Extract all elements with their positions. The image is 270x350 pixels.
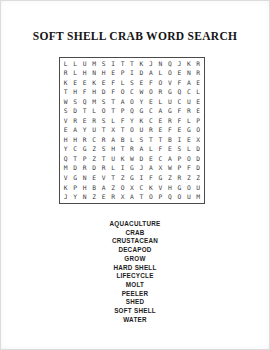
- grid-cell: Z: [89, 145, 98, 155]
- grid-cell: L: [118, 78, 127, 88]
- grid-cell: L: [156, 97, 165, 107]
- grid-cell: E: [70, 78, 79, 88]
- grid-cell: P: [80, 154, 89, 164]
- grid-cell: D: [99, 88, 108, 98]
- grid-cell: H: [80, 69, 89, 79]
- grid-cell: W: [61, 97, 70, 107]
- grid-cell: G: [80, 145, 89, 155]
- grid-cell: Y: [61, 145, 70, 155]
- grid-cell: J: [175, 59, 184, 69]
- grid-cell: H: [70, 135, 79, 145]
- grid-cell: W: [165, 164, 174, 174]
- grid-cell: D: [194, 164, 203, 174]
- grid-cell: F: [165, 126, 174, 136]
- worksheet-page: SOFT SHELL CRAB WORD SEARCH LLUMSITTKJNQ…: [0, 0, 270, 350]
- grid-cell: V: [61, 173, 70, 183]
- word-list-item: AQUACULTURE: [0, 220, 270, 229]
- grid-cell: V: [156, 183, 165, 193]
- grid-cell: L: [156, 69, 165, 79]
- grid-cell: L: [61, 59, 70, 69]
- grid-cell: K: [89, 78, 98, 88]
- grid-cell: E: [146, 154, 155, 164]
- grid-cell: B: [118, 135, 127, 145]
- grid-cell: G: [70, 173, 79, 183]
- grid-cell: A: [184, 78, 193, 88]
- grid-cell: C: [156, 154, 165, 164]
- grid-cell: E: [146, 97, 155, 107]
- grid-cell: H: [70, 88, 79, 98]
- grid-cell: H: [61, 135, 70, 145]
- grid-cell: G: [184, 126, 193, 136]
- grid-cell: J: [137, 164, 146, 174]
- grid-cell: T: [108, 107, 117, 117]
- word-list-item: CRUSTACEAN: [0, 237, 270, 246]
- grid-cell: K: [184, 59, 193, 69]
- grid-cell: S: [137, 135, 146, 145]
- grid-cell: C: [89, 135, 98, 145]
- grid-cell: O: [99, 107, 108, 117]
- grid-cell: I: [127, 69, 136, 79]
- grid-cell: H: [99, 69, 108, 79]
- grid-cell: P: [156, 192, 165, 202]
- grid-cell: P: [70, 183, 79, 193]
- grid-cell: R: [89, 116, 98, 126]
- grid-cell: U: [108, 154, 117, 164]
- grid-cell: C: [146, 107, 155, 117]
- grid-cell: Q: [61, 154, 70, 164]
- grid-cell: K: [61, 78, 70, 88]
- grid-cell: R: [184, 107, 193, 117]
- grid-cell: R: [146, 126, 155, 136]
- grid-cell: E: [194, 78, 203, 88]
- grid-cell: L: [127, 135, 136, 145]
- grid-cell: R: [156, 88, 165, 98]
- grid-cell: M: [61, 164, 70, 174]
- grid-cell: E: [184, 135, 193, 145]
- grid-cell: X: [108, 126, 117, 136]
- grid-cell: D: [70, 164, 79, 174]
- grid-cell: H: [108, 145, 117, 155]
- grid-cell: R: [194, 59, 203, 69]
- grid-cell: S: [61, 107, 70, 117]
- grid-cell: Q: [165, 59, 174, 69]
- grid-cell: E: [175, 69, 184, 79]
- grid-cell: C: [175, 97, 184, 107]
- grid-cell: Q: [127, 107, 136, 117]
- word-search-grid: LLUMSITTKJNQJKRRLHNHEPIDALOENRKEEKEFLSEF…: [59, 57, 205, 204]
- grid-cell: E: [80, 116, 89, 126]
- grid-cell: E: [108, 69, 117, 79]
- grid-cell: E: [194, 107, 203, 117]
- word-list-item: MOLT: [0, 281, 270, 290]
- grid-cell: C: [137, 183, 146, 193]
- grid-cell: S: [99, 116, 108, 126]
- grid-cell: P: [175, 154, 184, 164]
- grid-cell: L: [184, 116, 193, 126]
- grid-cell: O: [127, 97, 136, 107]
- grid-cell: F: [184, 164, 193, 174]
- grid-cell: Y: [70, 192, 79, 202]
- grid-cell: Y: [127, 116, 136, 126]
- grid-cell: L: [70, 69, 79, 79]
- word-list-item: SOFT SHELL: [0, 307, 270, 316]
- grid-cell: Z: [184, 173, 193, 183]
- grid-cell: M: [89, 97, 98, 107]
- grid-cell: P: [194, 116, 203, 126]
- grid-cell: F: [175, 78, 184, 88]
- grid-cell: T: [156, 135, 165, 145]
- grid-cell: U: [89, 126, 98, 136]
- grid-cell: A: [70, 126, 79, 136]
- word-list-item: CRAB: [0, 229, 270, 238]
- grid-cell: N: [156, 59, 165, 69]
- grid-cell: G: [156, 173, 165, 183]
- grid-cell: S: [127, 78, 136, 88]
- grid-cell: L: [184, 145, 193, 155]
- grid-cell: O: [184, 183, 193, 193]
- grid-cell: L: [70, 59, 79, 69]
- grid-cell: L: [146, 145, 155, 155]
- grid-cell: E: [80, 78, 89, 88]
- grid-cell: E: [99, 78, 108, 88]
- grid-cell: Z: [89, 154, 98, 164]
- grid-cell: X: [118, 192, 127, 202]
- grid-cell: S: [70, 97, 79, 107]
- grid-cell: O: [118, 183, 127, 193]
- grid-cell: E: [89, 173, 98, 183]
- word-list: AQUACULTURECRABCRUSTACEANDECAPODGROWHARD…: [0, 220, 270, 324]
- grid-cell: S: [99, 59, 108, 69]
- grid-cell: O: [156, 78, 165, 88]
- grid-cell: U: [184, 97, 193, 107]
- grid-cell: E: [156, 126, 165, 136]
- grid-cell: L: [108, 164, 117, 174]
- grid-cell: K: [137, 59, 146, 69]
- grid-cell: Q: [175, 88, 184, 98]
- grid-cell: C: [70, 145, 79, 155]
- grid-cell: D: [89, 164, 98, 174]
- grid-cell: S: [175, 145, 184, 155]
- grid-cell: M: [194, 192, 203, 202]
- grid-cell: V: [61, 116, 70, 126]
- grid-cell: H: [80, 183, 89, 193]
- grid-cell: Q: [80, 97, 89, 107]
- grid-cell: E: [156, 116, 165, 126]
- grid-cell: P: [118, 69, 127, 79]
- grid-cell: R: [99, 164, 108, 174]
- grid-cell: N: [184, 69, 193, 79]
- grid-cell: R: [70, 116, 79, 126]
- grid-cell: J: [146, 59, 155, 69]
- grid-cell: T: [99, 154, 108, 164]
- grid-cell: R: [108, 192, 117, 202]
- grid-cell: N: [80, 192, 89, 202]
- grid-cell: B: [89, 183, 98, 193]
- grid-cell: D: [137, 69, 146, 79]
- grid-cell: G: [165, 107, 174, 117]
- grid-cell: S: [99, 97, 108, 107]
- grid-cell: T: [80, 107, 89, 117]
- grid-cell: U: [184, 192, 193, 202]
- grid-cell: E: [194, 97, 203, 107]
- word-list-item: LIFECYCLE: [0, 272, 270, 281]
- grid-cell: R: [99, 135, 108, 145]
- word-list-item: WATER: [0, 316, 270, 325]
- grid-cell: X: [194, 135, 203, 145]
- grid-cell: X: [127, 183, 136, 193]
- grid-cell: K: [61, 183, 70, 193]
- grid-cell: E: [61, 126, 70, 136]
- grid-cell: R: [175, 173, 184, 183]
- grid-cell: A: [127, 192, 136, 202]
- grid-cell: G: [127, 173, 136, 183]
- grid-cell: D: [194, 154, 203, 164]
- grid-cell: A: [146, 164, 155, 174]
- grid-cell: I: [108, 59, 117, 69]
- grid-cell: G: [175, 183, 184, 193]
- grid-cell: F: [118, 116, 127, 126]
- grid-cell: N: [89, 69, 98, 79]
- grid-cell: R: [194, 69, 203, 79]
- grid-cell: O: [146, 192, 155, 202]
- grid-cell: Z: [194, 173, 203, 183]
- grid-cell: Q: [165, 192, 174, 202]
- grid-cell: K: [118, 154, 127, 164]
- grid-cell: T: [108, 173, 117, 183]
- puzzle-title: SOFT SHELL CRAB WORD SEARCH: [0, 30, 270, 42]
- grid-cell: U: [80, 59, 89, 69]
- grid-cell: I: [175, 135, 184, 145]
- grid-cell: Z: [118, 173, 127, 183]
- grid-cell: E: [137, 78, 146, 88]
- grid-cell: O: [118, 88, 127, 98]
- grid-cell: K: [137, 116, 146, 126]
- grid-cell: Z: [165, 173, 174, 183]
- grid-cell: T: [108, 97, 117, 107]
- word-list-item: HARD SHELL: [0, 264, 270, 273]
- grid-cell: U: [137, 126, 146, 136]
- grid-cell: R: [80, 164, 89, 174]
- grid-cell: U: [165, 97, 174, 107]
- grid-cell: F: [146, 173, 155, 183]
- grid-cell: A: [118, 97, 127, 107]
- grid-cell: Z: [108, 183, 117, 193]
- grid-cell: A: [99, 183, 108, 193]
- grid-cell: T: [127, 59, 136, 69]
- grid-cell: A: [108, 135, 117, 145]
- grid-cell: A: [146, 69, 155, 79]
- grid-cell: T: [61, 88, 70, 98]
- grid-cell: C: [146, 116, 155, 126]
- grid-cell: I: [137, 173, 146, 183]
- grid-cell: A: [137, 145, 146, 155]
- grid-cell: O: [184, 154, 193, 164]
- grid-cell: E: [165, 145, 174, 155]
- grid-cell: R: [80, 135, 89, 145]
- grid-cell: O: [165, 69, 174, 79]
- grid-cell: P: [118, 107, 127, 117]
- grid-cell: V: [99, 173, 108, 183]
- word-list-item: PEELER: [0, 290, 270, 299]
- word-list-item: DECAPOD: [0, 246, 270, 255]
- grid-cell: W: [127, 154, 136, 164]
- grid-cell: D: [137, 154, 146, 164]
- grid-cell: D: [194, 145, 203, 155]
- grid-cell: C: [184, 88, 193, 98]
- grid-cell: L: [108, 116, 117, 126]
- grid-cell: L: [89, 107, 98, 117]
- grid-cell: F: [175, 116, 184, 126]
- grid-cell: Z: [89, 192, 98, 202]
- grid-cell: T: [118, 145, 127, 155]
- grid-cell: F: [80, 88, 89, 98]
- grid-cell: C: [127, 88, 136, 98]
- grid-cell: U: [194, 183, 203, 193]
- grid-cell: X: [156, 164, 165, 174]
- grid-cell: H: [89, 88, 98, 98]
- grid-cell: T: [99, 126, 108, 136]
- grid-cell: R: [61, 69, 70, 79]
- grid-cell: B: [165, 135, 174, 145]
- grid-cell: Y: [137, 97, 146, 107]
- grid-cell: F: [108, 88, 117, 98]
- grid-cell: S: [99, 145, 108, 155]
- grid-cell: I: [118, 164, 127, 174]
- grid-cell: O: [194, 126, 203, 136]
- grid-cell: L: [194, 88, 203, 98]
- grid-cell: O: [146, 88, 155, 98]
- grid-cell: J: [61, 192, 70, 202]
- grid-cell: A: [165, 154, 174, 164]
- grid-cell: G: [127, 164, 136, 174]
- grid-cell: O: [175, 192, 184, 202]
- grid-cell: T: [146, 135, 155, 145]
- grid-cell: R: [127, 145, 136, 155]
- word-list-item: SHED: [0, 298, 270, 307]
- grid-cell: R: [165, 116, 174, 126]
- grid-cell: Y: [80, 126, 89, 136]
- grid-cell: D: [70, 107, 79, 117]
- grid-cell: P: [175, 164, 184, 174]
- grid-cell: E: [175, 126, 184, 136]
- grid-cell: F: [156, 145, 165, 155]
- grid-cell: H: [165, 183, 174, 193]
- grid-cell: T: [118, 126, 127, 136]
- grid-cell: A: [156, 107, 165, 117]
- grid-cell: N: [80, 173, 89, 183]
- grid-cell: K: [146, 183, 155, 193]
- grid-cell: G: [137, 107, 146, 117]
- grid-cell: T: [70, 154, 79, 164]
- word-list-item: GROW: [0, 255, 270, 264]
- grid-cell: G: [165, 88, 174, 98]
- grid-cell: F: [108, 78, 117, 88]
- grid-cell: F: [175, 107, 184, 117]
- grid-cell: W: [137, 88, 146, 98]
- grid-cell: V: [165, 78, 174, 88]
- grid-cell: F: [146, 78, 155, 88]
- grid-cell: O: [127, 126, 136, 136]
- grid-cell: T: [137, 192, 146, 202]
- grid-cell: E: [99, 192, 108, 202]
- grid-cell: T: [118, 59, 127, 69]
- grid-cell: M: [89, 59, 98, 69]
